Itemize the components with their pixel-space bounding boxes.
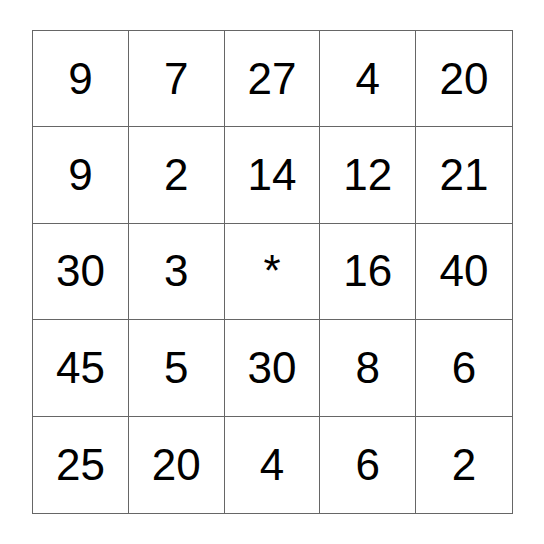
bingo-cell-r5c3[interactable]: 4: [225, 417, 321, 513]
bingo-board: 972742092141221303*164045530862520462: [32, 30, 513, 514]
bingo-cell-r1c1[interactable]: 9: [33, 31, 129, 127]
bingo-cell-r5c1[interactable]: 25: [33, 417, 129, 513]
bingo-cell-r4c2[interactable]: 5: [129, 320, 225, 416]
bingo-cell-r1c2[interactable]: 7: [129, 31, 225, 127]
bingo-cell-r3c1[interactable]: 30: [33, 224, 129, 320]
bingo-cell-r3c5[interactable]: 40: [416, 224, 512, 320]
bingo-cell-r1c4[interactable]: 4: [320, 31, 416, 127]
bingo-cell-r5c5[interactable]: 2: [416, 417, 512, 513]
bingo-cell-r2c5[interactable]: 21: [416, 127, 512, 223]
bingo-cell-r4c4[interactable]: 8: [320, 320, 416, 416]
bingo-cell-r2c2[interactable]: 2: [129, 127, 225, 223]
bingo-cell-r4c1[interactable]: 45: [33, 320, 129, 416]
bingo-cell-r5c2[interactable]: 20: [129, 417, 225, 513]
bingo-cell-r5c4[interactable]: 6: [320, 417, 416, 513]
bingo-cell-r2c3[interactable]: 14: [225, 127, 321, 223]
bingo-cell-r4c5[interactable]: 6: [416, 320, 512, 416]
bingo-cell-r3c3-free-space[interactable]: *: [225, 224, 321, 320]
bingo-cell-r1c3[interactable]: 27: [225, 31, 321, 127]
bingo-cell-r2c1[interactable]: 9: [33, 127, 129, 223]
bingo-cell-r2c4[interactable]: 12: [320, 127, 416, 223]
bingo-cell-r4c3[interactable]: 30: [225, 320, 321, 416]
bingo-cell-r3c4[interactable]: 16: [320, 224, 416, 320]
bingo-cell-r1c5[interactable]: 20: [416, 31, 512, 127]
bingo-cell-r3c2[interactable]: 3: [129, 224, 225, 320]
